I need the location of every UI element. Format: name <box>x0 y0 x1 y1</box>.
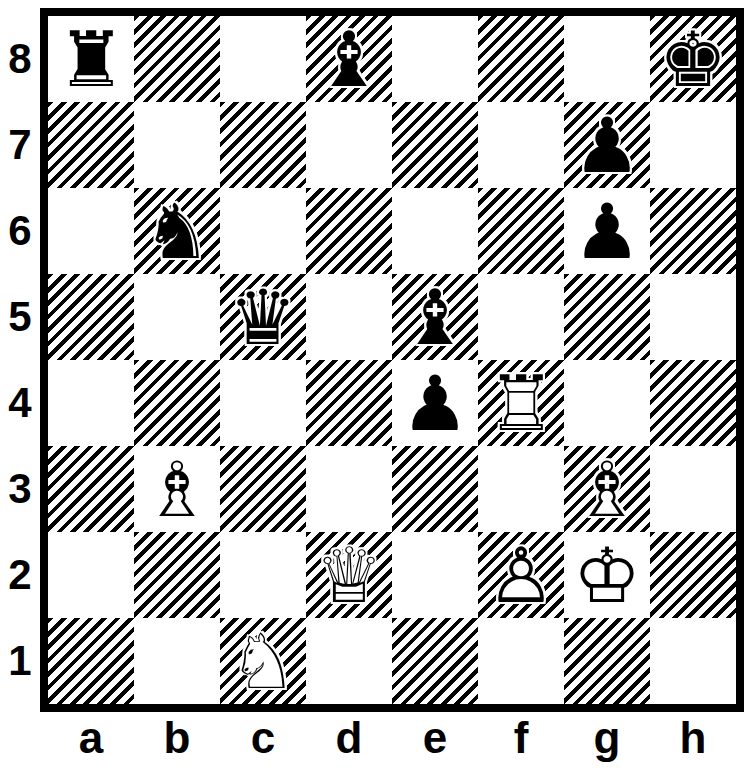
square-c1[interactable]: ♞♘ <box>220 618 306 704</box>
square-f6[interactable] <box>478 188 564 274</box>
square-d4[interactable] <box>306 360 392 446</box>
piece-white-bishop[interactable]: ♝♗ <box>564 446 650 532</box>
square-a2[interactable] <box>48 532 134 618</box>
square-h6[interactable] <box>650 188 736 274</box>
square-h1[interactable] <box>650 618 736 704</box>
square-h4[interactable] <box>650 360 736 446</box>
file-label-spacer <box>0 712 48 764</box>
square-h5[interactable] <box>650 274 736 360</box>
piece-white-king[interactable]: ♚♔ <box>564 532 650 618</box>
square-b4[interactable] <box>134 360 220 446</box>
piece-black-bishop[interactable]: ♝ <box>392 274 478 360</box>
board-frame: ♜♝♚♟♞♟♛♝♟♜♖♝♗♝♗♛♕♟♙♚♔♞♘ <box>40 8 744 712</box>
file-label-f: f <box>478 712 564 764</box>
square-b6[interactable]: ♞ <box>134 188 220 274</box>
piece-black-king[interactable]: ♚ <box>650 16 736 102</box>
piece-black-rook[interactable]: ♜ <box>48 16 134 102</box>
file-label-a: a <box>48 712 134 764</box>
square-b3[interactable]: ♝♗ <box>134 446 220 532</box>
rank-label-3: 3 <box>0 446 40 532</box>
piece-black-pawn[interactable]: ♟ <box>564 188 650 274</box>
square-f4[interactable]: ♜♖ <box>478 360 564 446</box>
rank-label-6: 6 <box>0 188 40 274</box>
piece-white-bishop[interactable]: ♝♗ <box>134 446 220 532</box>
piece-black-pawn[interactable]: ♟ <box>564 102 650 188</box>
square-g5[interactable] <box>564 274 650 360</box>
square-c8[interactable] <box>220 16 306 102</box>
square-g7[interactable]: ♟ <box>564 102 650 188</box>
square-e1[interactable] <box>392 618 478 704</box>
square-d1[interactable] <box>306 618 392 704</box>
piece-black-pawn[interactable]: ♟ <box>392 360 478 446</box>
piece-outline-layer: ♖ <box>478 360 564 446</box>
square-c2[interactable] <box>220 532 306 618</box>
square-e2[interactable] <box>392 532 478 618</box>
rank-label-1: 1 <box>0 618 40 704</box>
square-a4[interactable] <box>48 360 134 446</box>
square-g6[interactable]: ♟ <box>564 188 650 274</box>
piece-outline-layer: ♙ <box>478 532 564 618</box>
chess-board: ♜♝♚♟♞♟♛♝♟♜♖♝♗♝♗♛♕♟♙♚♔♞♘ <box>48 16 736 704</box>
square-h3[interactable] <box>650 446 736 532</box>
square-a8[interactable]: ♜ <box>48 16 134 102</box>
square-b8[interactable] <box>134 16 220 102</box>
square-d6[interactable] <box>306 188 392 274</box>
file-label-g: g <box>564 712 650 764</box>
square-b7[interactable] <box>134 102 220 188</box>
square-a6[interactable] <box>48 188 134 274</box>
piece-outline-layer: ♕ <box>306 532 392 618</box>
square-e5[interactable]: ♝ <box>392 274 478 360</box>
square-a3[interactable] <box>48 446 134 532</box>
piece-white-rook[interactable]: ♜♖ <box>478 360 564 446</box>
square-h2[interactable] <box>650 532 736 618</box>
square-d7[interactable] <box>306 102 392 188</box>
piece-white-queen[interactable]: ♛♕ <box>306 532 392 618</box>
square-e7[interactable] <box>392 102 478 188</box>
square-h7[interactable] <box>650 102 736 188</box>
rank-label-2: 2 <box>0 532 40 618</box>
rank-label-8: 8 <box>0 16 40 102</box>
square-e8[interactable] <box>392 16 478 102</box>
square-f7[interactable] <box>478 102 564 188</box>
file-label-c: c <box>220 712 306 764</box>
square-a5[interactable] <box>48 274 134 360</box>
square-d5[interactable] <box>306 274 392 360</box>
square-g3[interactable]: ♝♗ <box>564 446 650 532</box>
square-c3[interactable] <box>220 446 306 532</box>
file-labels: abcdefgh <box>48 712 736 764</box>
square-c4[interactable] <box>220 360 306 446</box>
chess-diagram-page: 87654321 ♜♝♚♟♞♟♛♝♟♜♖♝♗♝♗♛♕♟♙♚♔♞♘ abcdefg… <box>0 0 753 770</box>
file-label-b: b <box>134 712 220 764</box>
square-a1[interactable] <box>48 618 134 704</box>
square-g2[interactable]: ♚♔ <box>564 532 650 618</box>
square-e3[interactable] <box>392 446 478 532</box>
square-f2[interactable]: ♟♙ <box>478 532 564 618</box>
rank-label-7: 7 <box>0 102 40 188</box>
square-f8[interactable] <box>478 16 564 102</box>
piece-outline-layer: ♔ <box>564 532 650 618</box>
piece-white-knight[interactable]: ♞♘ <box>220 618 306 704</box>
square-f5[interactable] <box>478 274 564 360</box>
square-h8[interactable]: ♚ <box>650 16 736 102</box>
square-f1[interactable] <box>478 618 564 704</box>
square-e4[interactable]: ♟ <box>392 360 478 446</box>
square-c7[interactable] <box>220 102 306 188</box>
square-c5[interactable]: ♛ <box>220 274 306 360</box>
square-d2[interactable]: ♛♕ <box>306 532 392 618</box>
square-d8[interactable]: ♝ <box>306 16 392 102</box>
square-g1[interactable] <box>564 618 650 704</box>
file-label-e: e <box>392 712 478 764</box>
piece-white-pawn[interactable]: ♟♙ <box>478 532 564 618</box>
piece-outline-layer: ♗ <box>134 446 220 532</box>
piece-black-knight[interactable]: ♞ <box>134 188 220 274</box>
square-g4[interactable] <box>564 360 650 446</box>
square-e6[interactable] <box>392 188 478 274</box>
rank-label-5: 5 <box>0 274 40 360</box>
square-b1[interactable] <box>134 618 220 704</box>
piece-black-queen[interactable]: ♛ <box>220 274 306 360</box>
square-c6[interactable] <box>220 188 306 274</box>
square-g8[interactable] <box>564 16 650 102</box>
piece-black-bishop[interactable]: ♝ <box>306 16 392 102</box>
file-label-h: h <box>650 712 736 764</box>
piece-outline-layer: ♘ <box>220 618 306 704</box>
square-f3[interactable] <box>478 446 564 532</box>
rank-labels: 87654321 <box>0 8 40 704</box>
piece-outline-layer: ♗ <box>564 446 650 532</box>
file-label-d: d <box>306 712 392 764</box>
square-d3[interactable] <box>306 446 392 532</box>
square-b2[interactable] <box>134 532 220 618</box>
square-b5[interactable] <box>134 274 220 360</box>
rank-label-4: 4 <box>0 360 40 446</box>
square-a7[interactable] <box>48 102 134 188</box>
